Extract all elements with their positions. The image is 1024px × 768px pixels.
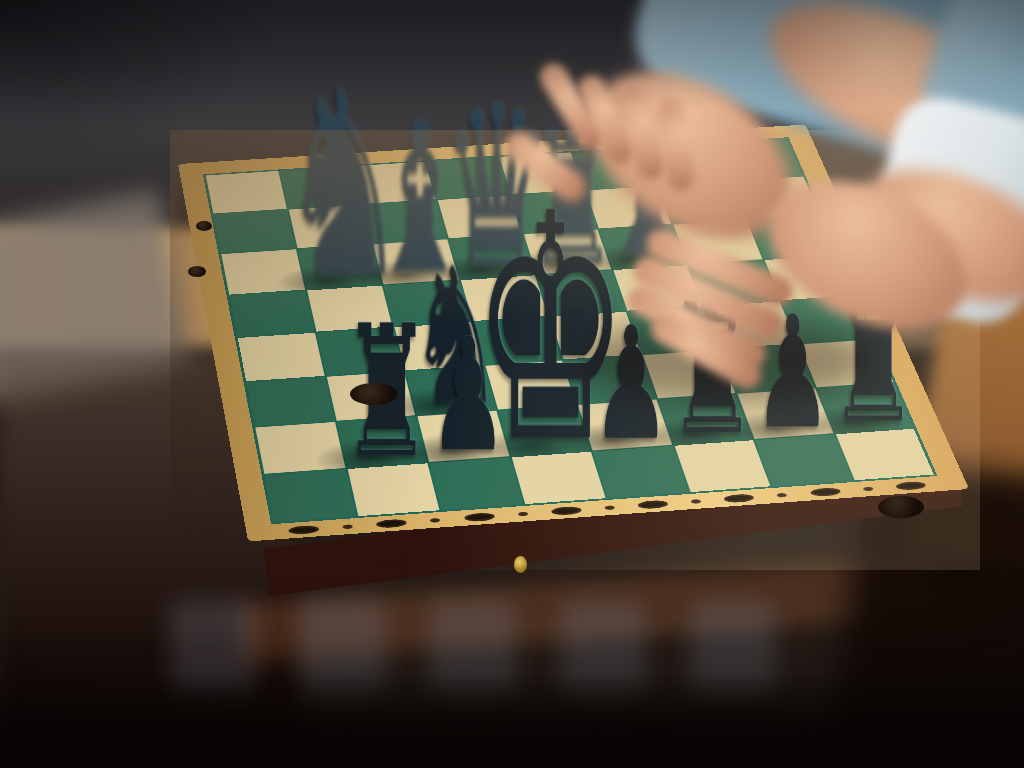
square-a5 [229, 290, 314, 337]
square-f1 [674, 440, 770, 492]
square-b6: ♞ [297, 244, 381, 289]
frame-inlay-dot [463, 512, 495, 522]
square-h6 [748, 215, 837, 259]
square-a1 [265, 469, 356, 522]
square-c1 [429, 457, 522, 510]
left-border-inlay-dot [188, 266, 206, 277]
frame-inlay-dot [637, 500, 669, 510]
frame-inlay-dot [288, 525, 320, 535]
square-f2: ♜ [658, 394, 753, 444]
square-h8 [716, 139, 802, 180]
square-b2: ♜ [336, 416, 427, 467]
square-a4 [238, 333, 324, 381]
square-d1 [511, 451, 605, 504]
frame-inlay-dot [430, 518, 441, 523]
left-border-knob [350, 383, 398, 405]
frame-inlay-dot [723, 494, 755, 504]
square-a8 [206, 171, 287, 213]
frame-inlay-dot [604, 505, 615, 510]
right-corner-knob [878, 496, 924, 518]
board-perspective-wrap: ♞♝♛♜♝♞♜♟♚♟♜♟♜ [0, 0, 1024, 768]
front-edge-gold-emblem [514, 556, 527, 573]
square-a3 [246, 377, 334, 427]
board-grid: ♞♝♛♜♝♞♜♟♚♟♜♟♜ [203, 137, 938, 524]
frame-inlay-dot [342, 524, 353, 529]
frame-inlay-dot [517, 512, 528, 517]
square-b1 [347, 463, 439, 516]
left-border-inlay-dot [196, 221, 212, 231]
frame-inlay-dot [862, 487, 873, 492]
square-d2: ♚ [498, 405, 591, 456]
black-pawn-icon: ♟ [429, 335, 508, 457]
black-pawn-icon: ♟ [754, 313, 832, 434]
black-rook-icon: ♜ [667, 299, 757, 439]
board-frame: ♞♝♛♜♝♞♜♟♚♟♜♟♜ [178, 125, 969, 542]
frame-inlay-dot [777, 493, 788, 498]
frame-inlay-dot [895, 481, 927, 491]
frame-inlay-dot [809, 487, 841, 497]
black-rook-icon: ♜ [828, 289, 918, 429]
frame-inlay-dot [550, 506, 582, 516]
frame-inlay-dot [376, 519, 408, 529]
frame-inlay-dot [691, 499, 702, 504]
square-h1 [835, 428, 933, 480]
black-knight-icon: ♞ [279, 85, 408, 285]
square-h7 [732, 176, 820, 219]
chess-photo-scene: ♞♝♛♜♝♞♜♟♚♟♜♟♜ [0, 0, 1024, 768]
square-e1 [593, 446, 688, 498]
